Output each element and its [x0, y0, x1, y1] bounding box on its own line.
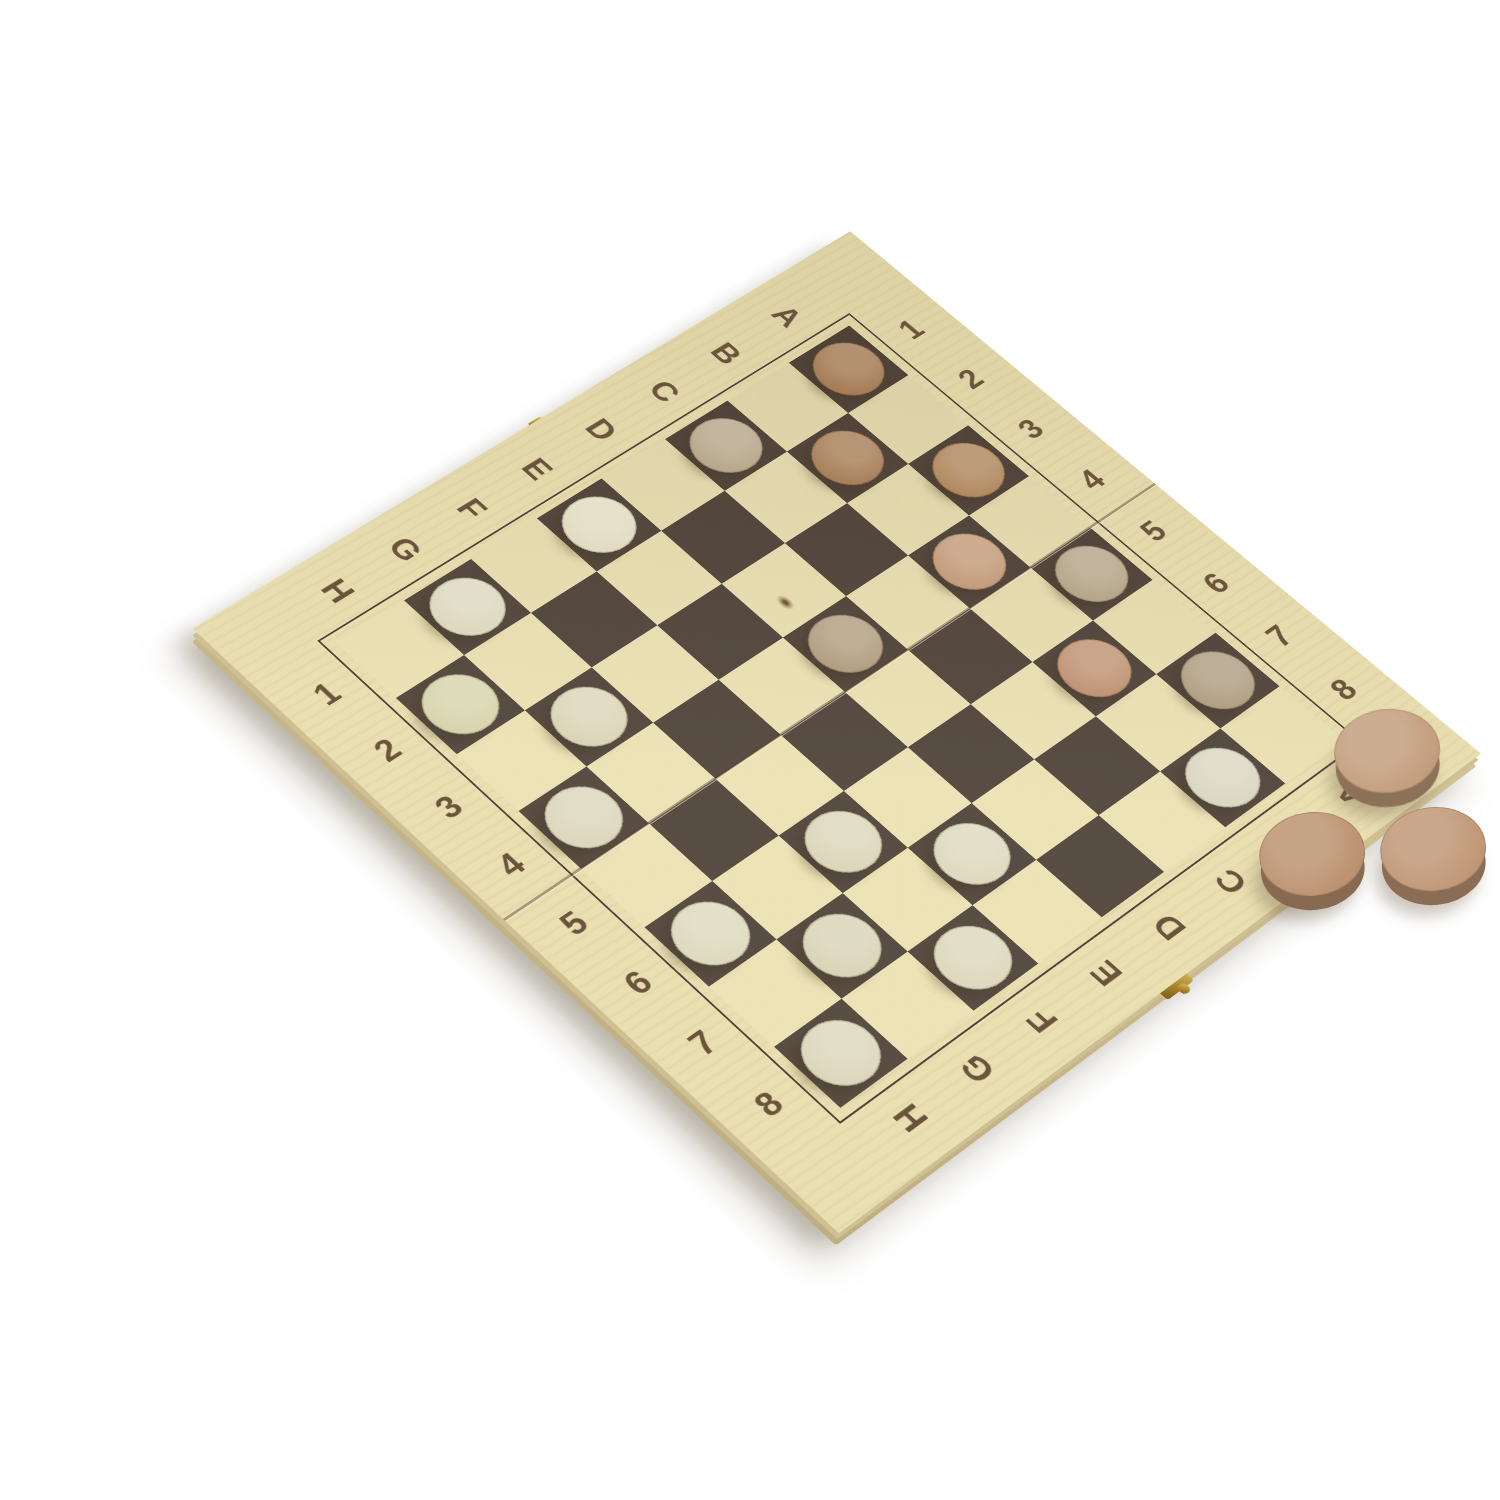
checker-glyph-brown: ⛂: [968, 524, 969, 525]
checker-glyph-brown: ⛂: [1377, 814, 1378, 815]
checkers-board: ABCDEFGHABCDEFGH1234567812345678 ⛂⛂⛂⛂⛂⛂⛂…: [193, 231, 1482, 1233]
label-bottom-7: 7: [674, 1019, 734, 1068]
checker-glyph-brown: ⛂: [1256, 819, 1257, 820]
checker-glyph-cream: ⛀: [1220, 737, 1221, 738]
label-right-G: G: [948, 1044, 1007, 1092]
label-left-E: E: [509, 449, 564, 490]
label-top-2: 2: [945, 360, 998, 399]
label-right-H: H: [881, 1093, 941, 1142]
checker-glyph-cream: ⛀: [470, 567, 471, 568]
checker-glyph-brown: ⛂: [1331, 716, 1332, 717]
checker-glyph-cream: ⛀: [600, 487, 601, 488]
label-bottom-2: 2: [359, 728, 417, 773]
label-left-A: A: [760, 297, 813, 335]
label-left-F: F: [444, 489, 500, 530]
label-top-4: 4: [1066, 460, 1119, 500]
label-bottom-4: 4: [482, 842, 541, 888]
label-top-8: 8: [1317, 669, 1371, 711]
checker-glyph-brown: ⛂: [848, 333, 849, 334]
checker-glyph-brown: ⛂: [1093, 629, 1094, 630]
checker-glyph-brown: ⛂: [847, 421, 848, 422]
loose-piece-brown-2[interactable]: ⛂: [1255, 807, 1371, 918]
label-left-H: H: [309, 570, 366, 613]
label-bottom-1: 1: [298, 672, 356, 716]
label-top-1: 1: [885, 311, 938, 349]
checker-glyph-brown: ⛂: [1215, 641, 1216, 642]
product-photo-scene: ABCDEFGHABCDEFGH1234567812345678 ⛂⛂⛂⛂⛂⛂⛂…: [0, 0, 1500, 1500]
label-top-7: 7: [1253, 616, 1307, 658]
label-right-F: F: [1014, 996, 1072, 1044]
label-left-B: B: [699, 334, 752, 373]
label-bottom-3: 3: [420, 785, 478, 831]
label-left-D: D: [574, 410, 628, 450]
label-right-D: D: [1141, 903, 1198, 949]
checker-glyph-brown: ⛂: [968, 433, 969, 434]
wood-knot-icon: [772, 592, 799, 613]
label-bottom-8: 8: [739, 1080, 799, 1129]
label-top-6: 6: [1190, 563, 1244, 604]
loose-piece-brown-1[interactable]: ⛂: [1330, 704, 1446, 815]
label-left-G: G: [377, 529, 433, 571]
label-left-C: C: [637, 372, 691, 411]
checker-glyph-brown: ⛂: [727, 409, 728, 410]
label-bottom-5: 5: [545, 900, 604, 947]
checker-glyph-brown: ⛂: [1090, 536, 1091, 537]
label-bottom-6: 6: [609, 959, 668, 1007]
label-right-E: E: [1078, 949, 1136, 996]
label-top-3: 3: [1005, 410, 1058, 449]
loose-piece-brown-3[interactable]: ⛂: [1376, 802, 1492, 913]
checker-glyph-brown: ⛂: [845, 605, 846, 606]
label-right-C: C: [1203, 858, 1260, 903]
label-top-5: 5: [1127, 511, 1181, 552]
